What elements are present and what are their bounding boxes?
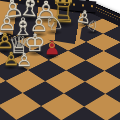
red-piece-gold-crest xyxy=(49,42,55,48)
piece-base-shadow xyxy=(16,66,31,71)
piece-base-shadow xyxy=(44,54,59,59)
pieces-layer: ♗♙♙♖♙♘♙♘♙♗♙♔♕♟♙♙ xyxy=(0,0,120,120)
silver-knight[interactable]: ♘ xyxy=(87,18,100,32)
silver-pawn[interactable]: ♙ xyxy=(16,51,32,69)
chess-set-photo: ♗♙♙♖♙♘♙♘♙♗♙♔♕♟♙♙ xyxy=(0,0,120,120)
red-pawn[interactable]: ♟ xyxy=(44,39,60,57)
